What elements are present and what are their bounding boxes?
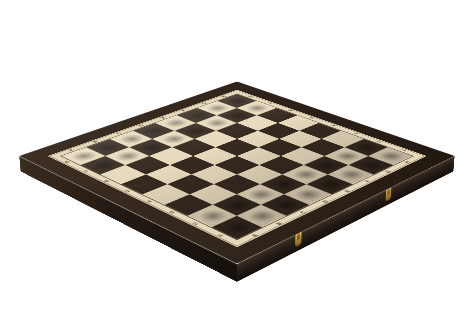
black-pawn-icon: ♟ bbox=[163, 98, 185, 142]
black-pawn-icon: ♟ bbox=[206, 83, 227, 126]
black-pawn-icon: ♟ bbox=[140, 106, 162, 151]
finial-tip bbox=[175, 50, 177, 58]
finial-tip bbox=[130, 86, 132, 94]
finial-tip bbox=[153, 64, 155, 73]
finial-tip bbox=[196, 65, 198, 72]
black-pawn-icon: ♟ bbox=[116, 114, 139, 160]
black-pawn-icon: ♟ bbox=[91, 122, 114, 169]
chess-board: ABCDEFGH ABCDEFGH 87654321 87654321 ♜♞♝♛… bbox=[19, 81, 455, 263]
finial-tip bbox=[329, 101, 331, 111]
white-rook-icon: ♜ bbox=[220, 167, 253, 231]
perspective-container: ABCDEFGH ABCDEFGH 87654321 87654321 ♜♞♝♛… bbox=[0, 0, 474, 331]
black-pawn-icon: ♟ bbox=[247, 70, 267, 111]
chess-set-photo: ABCDEFGH ABCDEFGH 87654321 87654321 ♜♞♝♛… bbox=[0, 0, 474, 331]
brass-clasp-icon bbox=[295, 227, 302, 247]
finial-tip bbox=[307, 118, 309, 128]
black-pawn-icon: ♟ bbox=[227, 76, 248, 118]
black-pawn-icon: ♟ bbox=[185, 90, 207, 134]
finial-tip bbox=[284, 144, 286, 153]
brass-clasp-icon bbox=[385, 183, 391, 201]
